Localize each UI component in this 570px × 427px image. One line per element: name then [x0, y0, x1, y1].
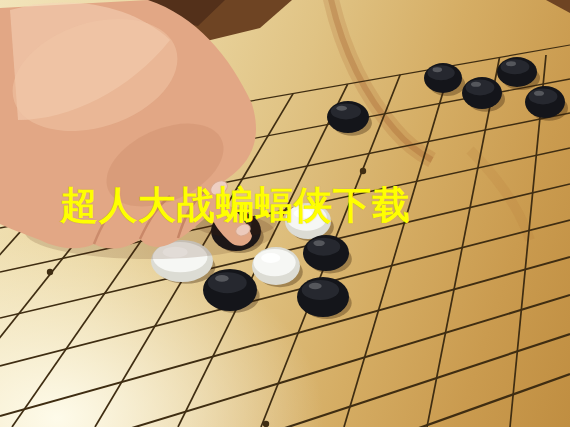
black-stone-glint [433, 67, 443, 72]
black-stone-sheen [208, 272, 247, 293]
black-stone-sheen [427, 65, 454, 80]
black-stone-glint [534, 91, 544, 96]
black-stone-glint [313, 240, 325, 246]
black-stone-glint [309, 283, 322, 289]
black-stone-glint [336, 106, 347, 111]
black-stone[interactable] [297, 277, 349, 317]
black-stone[interactable] [497, 57, 537, 87]
black-stone[interactable] [327, 101, 369, 133]
black-stone-glint [215, 275, 229, 282]
star-point [360, 168, 366, 174]
overlay-caption: 超人大战蝙蝠侠下载 [60, 185, 411, 227]
black-stone-sheen [466, 79, 495, 95]
white-stone-sheen [253, 249, 295, 276]
go-board-photo: 超人大战蝙蝠侠下载 [0, 0, 570, 427]
black-stone-sheen [501, 59, 530, 74]
table-corner-wedge [546, 0, 570, 13]
black-stone-sheen [529, 88, 558, 104]
black-stone[interactable] [303, 235, 349, 271]
grid-line-horizontal[interactable] [0, 295, 570, 427]
black-stone-sheen [302, 280, 339, 300]
black-stone[interactable] [203, 269, 257, 311]
grid-line-vertical[interactable] [427, 57, 500, 427]
white-stone-glint [261, 253, 280, 263]
white-stone[interactable] [252, 247, 300, 285]
black-stone[interactable] [424, 63, 462, 93]
black-stone-glint [471, 82, 481, 87]
star-point [263, 421, 269, 427]
black-stone-glint [506, 61, 516, 66]
black-stone[interactable] [462, 77, 502, 109]
black-stone-sheen [331, 103, 361, 119]
black-stone-sheen [307, 238, 340, 256]
star-point [47, 269, 53, 275]
table-background [148, 0, 570, 46]
black-stone[interactable] [525, 86, 565, 118]
